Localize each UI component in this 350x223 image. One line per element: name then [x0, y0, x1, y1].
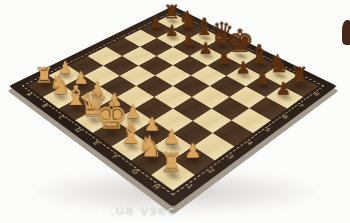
piece-cast-shadow [49, 90, 73, 105]
background-object [342, 20, 350, 45]
piece-cast-shadow [288, 79, 313, 93]
piece-cast-shadow [118, 137, 145, 155]
rank-label-6: 6 [271, 109, 298, 127]
piece-cast-shadow [268, 69, 292, 83]
piece-cast-shadow [213, 59, 236, 72]
watermark-text: .ua vsec [110, 203, 176, 218]
piece-cast-shadow [229, 50, 252, 62]
piece-cast-shadow [34, 79, 57, 93]
piece-cast-shadow [138, 151, 166, 170]
chess-set-product-photo[interactable]: ♜♞♝♛♚♝♞♜♟♟♟♟♟♟♟♟♟♟♟♟♟♟♟♟♜♞♝♛♚♝♞♜ ABCDEFG… [0, 0, 350, 223]
board-grid: ♜♞♝♛♚♝♞♜♟♟♟♟♟♟♟♟♟♟♟♟♟♟♟♟♜♞♝♛♚♝♞♜ [27, 14, 318, 191]
piece-cast-shadow [158, 165, 187, 185]
piece-cast-shadow [139, 125, 165, 142]
piece-cast-shadow [54, 69, 77, 83]
square-g5 [211, 97, 249, 120]
